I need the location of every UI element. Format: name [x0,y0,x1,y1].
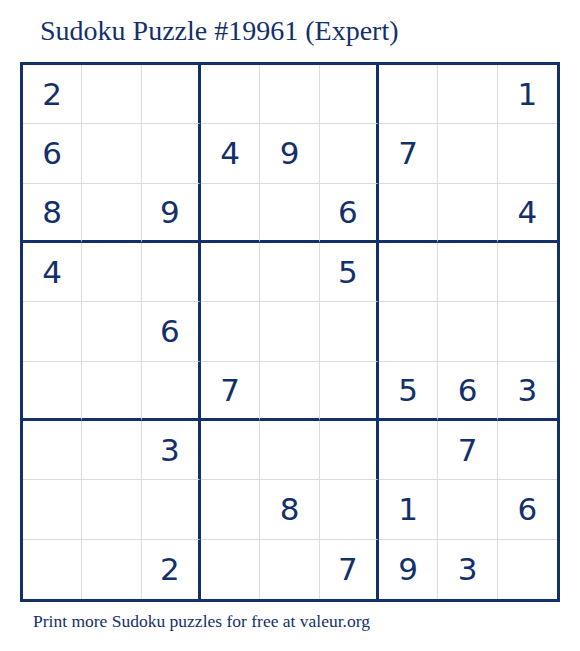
cell-r8c2[interactable] [82,480,141,539]
cell-r1c1[interactable]: 2 [23,65,82,124]
cell-r4c1[interactable]: 4 [23,243,82,302]
cell-r7c3[interactable]: 3 [142,421,201,480]
cell-r9c9[interactable] [498,540,557,599]
footer-credit: Print more Sudoku puzzles for free at va… [33,611,370,632]
cell-r5c3[interactable]: 6 [142,302,201,361]
cell-r9c3[interactable]: 2 [142,540,201,599]
cell-r7c9[interactable] [498,421,557,480]
cell-r9c1[interactable] [23,540,82,599]
cell-r8c6[interactable] [320,480,379,539]
cell-r6c7[interactable]: 5 [379,362,438,421]
cell-r2c8[interactable] [438,124,497,183]
cell-r6c8[interactable]: 6 [438,362,497,421]
cell-r3c2[interactable] [82,184,141,243]
cell-r7c8[interactable]: 7 [438,421,497,480]
cell-r6c1[interactable] [23,362,82,421]
sudoku-board: 21649789644567563378162793 [20,62,560,602]
cell-r7c7[interactable] [379,421,438,480]
cell-r8c7[interactable]: 1 [379,480,438,539]
cell-r8c5[interactable]: 8 [260,480,319,539]
cell-r1c5[interactable] [260,65,319,124]
cell-r1c4[interactable] [201,65,260,124]
cell-r5c2[interactable] [82,302,141,361]
cell-r5c9[interactable] [498,302,557,361]
cell-r2c3[interactable] [142,124,201,183]
cell-r4c6[interactable]: 5 [320,243,379,302]
cell-r8c8[interactable] [438,480,497,539]
cell-r4c5[interactable] [260,243,319,302]
cell-r4c4[interactable] [201,243,260,302]
cell-r2c1[interactable]: 6 [23,124,82,183]
cell-r2c9[interactable] [498,124,557,183]
cell-r7c1[interactable] [23,421,82,480]
page-title: Sudoku Puzzle #19961 (Expert) [40,15,399,47]
cell-r1c9[interactable]: 1 [498,65,557,124]
cell-r7c2[interactable] [82,421,141,480]
cell-r2c7[interactable]: 7 [379,124,438,183]
cell-r3c1[interactable]: 8 [23,184,82,243]
cell-r9c2[interactable] [82,540,141,599]
cell-r9c4[interactable] [201,540,260,599]
cell-r7c6[interactable] [320,421,379,480]
cell-r2c6[interactable] [320,124,379,183]
cell-r8c9[interactable]: 6 [498,480,557,539]
cell-r7c5[interactable] [260,421,319,480]
cell-r3c7[interactable] [379,184,438,243]
cell-r5c6[interactable] [320,302,379,361]
cell-r1c6[interactable] [320,65,379,124]
cell-r6c2[interactable] [82,362,141,421]
cell-r3c6[interactable]: 6 [320,184,379,243]
cell-r5c7[interactable] [379,302,438,361]
cell-r3c9[interactable]: 4 [498,184,557,243]
cell-r3c8[interactable] [438,184,497,243]
cell-r6c9[interactable]: 3 [498,362,557,421]
cell-r1c2[interactable] [82,65,141,124]
cell-r4c7[interactable] [379,243,438,302]
cell-r8c4[interactable] [201,480,260,539]
cell-r6c5[interactable] [260,362,319,421]
cell-r2c5[interactable]: 9 [260,124,319,183]
cell-r3c3[interactable]: 9 [142,184,201,243]
cell-r6c3[interactable] [142,362,201,421]
cell-r1c3[interactable] [142,65,201,124]
cell-r9c5[interactable] [260,540,319,599]
cell-r5c5[interactable] [260,302,319,361]
cell-r8c1[interactable] [23,480,82,539]
cell-r8c3[interactable] [142,480,201,539]
cell-r2c4[interactable]: 4 [201,124,260,183]
cell-r1c8[interactable] [438,65,497,124]
cell-r1c7[interactable] [379,65,438,124]
cell-r4c3[interactable] [142,243,201,302]
cell-r6c6[interactable] [320,362,379,421]
cell-r6c4[interactable]: 7 [201,362,260,421]
cell-r9c7[interactable]: 9 [379,540,438,599]
cell-r5c8[interactable] [438,302,497,361]
cell-r3c5[interactable] [260,184,319,243]
cell-r5c1[interactable] [23,302,82,361]
cell-r4c9[interactable] [498,243,557,302]
cell-r4c2[interactable] [82,243,141,302]
cell-r3c4[interactable] [201,184,260,243]
cell-r5c4[interactable] [201,302,260,361]
cell-r2c2[interactable] [82,124,141,183]
cell-r9c8[interactable]: 3 [438,540,497,599]
cell-r4c8[interactable] [438,243,497,302]
cell-r9c6[interactable]: 7 [320,540,379,599]
cell-r7c4[interactable] [201,421,260,480]
